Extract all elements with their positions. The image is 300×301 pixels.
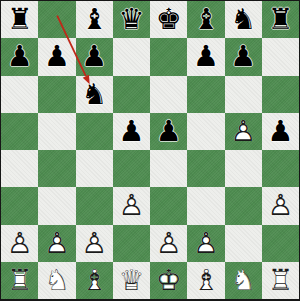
square-a4[interactable] — [1, 150, 38, 187]
square-d2[interactable] — [113, 225, 150, 262]
square-e6[interactable] — [150, 76, 187, 113]
square-h4[interactable] — [262, 150, 299, 187]
square-c6[interactable]: ♞ — [76, 76, 113, 113]
square-h8[interactable]: ♜ — [262, 1, 299, 38]
black-rook[interactable]: ♜ — [1, 1, 38, 38]
square-f2[interactable]: ♟♙ — [187, 225, 224, 262]
square-b6[interactable] — [38, 76, 75, 113]
black-king[interactable]: ♚ — [150, 1, 187, 38]
square-a5[interactable] — [1, 113, 38, 150]
black-pawn[interactable]: ♟ — [225, 38, 262, 75]
white-rook[interactable]: ♜♖ — [262, 262, 299, 299]
square-g1[interactable]: ♞♘ — [225, 262, 262, 299]
square-c2[interactable]: ♟♙ — [76, 225, 113, 262]
square-c5[interactable] — [76, 113, 113, 150]
square-e2[interactable]: ♟♙ — [150, 225, 187, 262]
square-h5[interactable]: ♟ — [262, 113, 299, 150]
black-pawn[interactable]: ♟ — [113, 113, 150, 150]
square-h3[interactable]: ♟♙ — [262, 187, 299, 224]
square-a7[interactable]: ♟ — [1, 38, 38, 75]
white-knight[interactable]: ♞♘ — [225, 262, 262, 299]
square-g5[interactable]: ♟♙ — [225, 113, 262, 150]
white-pawn[interactable]: ♟♙ — [225, 113, 262, 150]
white-pawn[interactable]: ♟♙ — [76, 225, 113, 262]
square-d8[interactable]: ♛ — [113, 1, 150, 38]
square-f3[interactable] — [187, 187, 224, 224]
square-c4[interactable] — [76, 150, 113, 187]
white-knight[interactable]: ♞♘ — [38, 262, 75, 299]
square-e4[interactable] — [150, 150, 187, 187]
square-a1[interactable]: ♜♖ — [1, 262, 38, 299]
square-g7[interactable]: ♟ — [225, 38, 262, 75]
white-pawn[interactable]: ♟♙ — [150, 225, 187, 262]
square-b5[interactable] — [38, 113, 75, 150]
square-g4[interactable] — [225, 150, 262, 187]
square-c8[interactable]: ♝ — [76, 1, 113, 38]
square-d5[interactable]: ♟ — [113, 113, 150, 150]
white-bishop[interactable]: ♝♗ — [187, 262, 224, 299]
square-f4[interactable] — [187, 150, 224, 187]
square-a8[interactable]: ♜ — [1, 1, 38, 38]
square-f7[interactable]: ♟ — [187, 38, 224, 75]
square-d6[interactable] — [113, 76, 150, 113]
square-d7[interactable] — [113, 38, 150, 75]
square-f5[interactable] — [187, 113, 224, 150]
square-b7[interactable]: ♟ — [38, 38, 75, 75]
black-bishop[interactable]: ♝ — [76, 1, 113, 38]
square-a2[interactable]: ♟♙ — [1, 225, 38, 262]
square-e3[interactable] — [150, 187, 187, 224]
black-pawn[interactable]: ♟ — [1, 38, 38, 75]
square-c7[interactable]: ♟ — [76, 38, 113, 75]
square-f1[interactable]: ♝♗ — [187, 262, 224, 299]
square-e7[interactable] — [150, 38, 187, 75]
square-h7[interactable] — [262, 38, 299, 75]
square-f6[interactable] — [187, 76, 224, 113]
black-queen[interactable]: ♛ — [113, 1, 150, 38]
black-knight[interactable]: ♞ — [225, 1, 262, 38]
black-rook[interactable]: ♜ — [262, 1, 299, 38]
white-pawn[interactable]: ♟♙ — [38, 225, 75, 262]
square-e1[interactable]: ♚♔ — [150, 262, 187, 299]
square-h2[interactable] — [262, 225, 299, 262]
white-pawn[interactable]: ♟♙ — [1, 225, 38, 262]
white-pawn[interactable]: ♟♙ — [187, 225, 224, 262]
white-bishop[interactable]: ♝♗ — [76, 262, 113, 299]
square-b4[interactable] — [38, 150, 75, 187]
white-queen[interactable]: ♛♕ — [113, 262, 150, 299]
square-g8[interactable]: ♞ — [225, 1, 262, 38]
black-knight[interactable]: ♞ — [76, 76, 113, 113]
square-d1[interactable]: ♛♕ — [113, 262, 150, 299]
white-king[interactable]: ♚♔ — [150, 262, 187, 299]
square-f8[interactable]: ♝ — [187, 1, 224, 38]
white-pawn[interactable]: ♟♙ — [113, 187, 150, 224]
square-b3[interactable] — [38, 187, 75, 224]
square-c3[interactable] — [76, 187, 113, 224]
square-b1[interactable]: ♞♘ — [38, 262, 75, 299]
square-e8[interactable]: ♚ — [150, 1, 187, 38]
chess-board: ♜♝♛♚♝♞♜♟♟♟♟♟♞♟♟♟♙♟♟♙♟♙♟♙♟♙♟♙♟♙♟♙♜♖♞♘♝♗♛♕… — [0, 0, 300, 301]
square-b2[interactable]: ♟♙ — [38, 225, 75, 262]
square-e5[interactable]: ♟ — [150, 113, 187, 150]
black-pawn[interactable]: ♟ — [76, 38, 113, 75]
black-pawn[interactable]: ♟ — [150, 113, 187, 150]
square-a6[interactable] — [1, 76, 38, 113]
black-pawn[interactable]: ♟ — [38, 38, 75, 75]
square-b8[interactable] — [38, 1, 75, 38]
black-pawn[interactable]: ♟ — [262, 113, 299, 150]
black-bishop[interactable]: ♝ — [187, 1, 224, 38]
square-g3[interactable] — [225, 187, 262, 224]
black-pawn[interactable]: ♟ — [187, 38, 224, 75]
square-c1[interactable]: ♝♗ — [76, 262, 113, 299]
white-rook[interactable]: ♜♖ — [1, 262, 38, 299]
white-pawn[interactable]: ♟♙ — [262, 187, 299, 224]
square-g6[interactable] — [225, 76, 262, 113]
square-d4[interactable] — [113, 150, 150, 187]
square-h6[interactable] — [262, 76, 299, 113]
square-g2[interactable] — [225, 225, 262, 262]
square-d3[interactable]: ♟♙ — [113, 187, 150, 224]
square-h1[interactable]: ♜♖ — [262, 262, 299, 299]
square-a3[interactable] — [1, 187, 38, 224]
